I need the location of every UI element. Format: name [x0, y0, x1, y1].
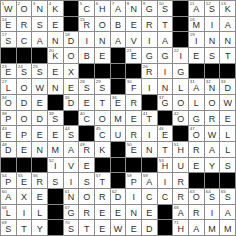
letter-cell[interactable]: 65S [220, 189, 235, 204]
cell-letter: W [114, 225, 123, 236]
letter-cell[interactable]: 11A [189, 1, 204, 16]
black-cell [17, 158, 32, 173]
cell-letter: E [68, 84, 74, 95]
letter-cell[interactable]: R [126, 95, 141, 110]
letter-cell[interactable]: T [220, 48, 235, 63]
black-cell [158, 220, 173, 235]
cell-letter: I [164, 68, 167, 79]
clue-number: 2 [17, 1, 20, 6]
cell-letter: E [84, 99, 90, 110]
letter-cell[interactable]: 53H [158, 158, 173, 173]
cell-letter: T [100, 178, 106, 189]
letter-cell[interactable]: 50E [126, 142, 141, 157]
cell-letter: O [20, 115, 27, 126]
cell-letter: R [83, 209, 90, 220]
clue-number: 37 [158, 95, 164, 100]
cell-letter: B [115, 21, 121, 32]
letter-cell[interactable]: N [32, 142, 47, 157]
black-cell [158, 111, 173, 126]
clue-number: 57 [95, 173, 101, 178]
letter-cell[interactable]: 57T [95, 173, 110, 188]
cell-letter: R [193, 146, 200, 157]
letter-cell[interactable]: 64S [205, 189, 220, 204]
cell-letter: S [209, 193, 215, 204]
cell-letter: S [209, 5, 215, 16]
cell-letter: I [195, 37, 198, 48]
letter-cell[interactable]: 39S [48, 111, 63, 126]
clue-number: 41 [142, 111, 148, 116]
letter-cell[interactable]: 49R [79, 142, 94, 157]
letter-cell[interactable]: 48D [1, 142, 16, 157]
letter-cell[interactable]: E [126, 17, 141, 32]
letter-cell[interactable]: A [158, 32, 173, 47]
cell-letter: R [130, 131, 137, 142]
cell-letter: C [83, 5, 90, 16]
cell-letter: S [68, 225, 74, 236]
cell-letter: K [99, 146, 105, 157]
letter-cell[interactable]: L [220, 126, 235, 141]
letter-cell[interactable]: 5C [79, 1, 94, 16]
letter-cell[interactable]: 29S [95, 79, 110, 94]
cell-letter: A [178, 209, 184, 220]
cell-letter: N [99, 37, 106, 48]
letter-cell[interactable]: 44S [64, 126, 79, 141]
letter-cell[interactable]: D [142, 220, 157, 235]
cell-letter: U [177, 162, 184, 173]
cell-letter: B [84, 52, 90, 63]
cell-letter: S [84, 178, 90, 189]
letter-cell[interactable]: A [64, 142, 79, 157]
cell-letter: S [21, 68, 27, 79]
letter-cell[interactable]: N [205, 32, 220, 47]
cell-letter: I [148, 131, 151, 142]
letter-cell[interactable]: I [142, 79, 157, 94]
letter-cell[interactable]: 68A [173, 205, 188, 220]
letter-cell[interactable]: 36E [111, 95, 126, 110]
letter-cell[interactable]: O [173, 95, 188, 110]
letter-cell[interactable]: L [220, 142, 235, 157]
letter-cell[interactable]: 43E [1, 126, 16, 141]
letter-cell[interactable]: A [111, 32, 126, 47]
black-cell [48, 205, 63, 220]
letter-cell[interactable]: S [79, 173, 94, 188]
cell-letter: A [193, 5, 199, 16]
letter-cell[interactable]: E [32, 95, 47, 110]
letter-cell[interactable]: E [189, 48, 204, 63]
cell-letter: O [83, 193, 90, 204]
letter-cell[interactable]: I [205, 17, 220, 32]
letter-cell[interactable]: S [220, 158, 235, 173]
letter-cell[interactable]: M [220, 220, 235, 235]
cell-letter: C [99, 131, 106, 142]
letter-cell[interactable]: A [32, 32, 47, 47]
cell-letter: P [5, 178, 11, 189]
black-cell [64, 111, 79, 126]
letter-cell[interactable]: O [205, 95, 220, 110]
letter-cell[interactable]: 70S [64, 220, 79, 235]
letter-cell[interactable]: R [126, 126, 141, 141]
cell-letter: T [162, 21, 168, 32]
cell-letter: E [115, 209, 121, 220]
letter-cell[interactable]: E [95, 220, 110, 235]
letter-cell[interactable]: L [173, 79, 188, 94]
letter-cell[interactable]: L [189, 95, 204, 110]
letter-cell[interactable]: G [158, 48, 173, 63]
letter-cell[interactable]: E [126, 111, 141, 126]
letter-cell[interactable]: E [142, 205, 157, 220]
cell-letter: I [85, 37, 88, 48]
letter-cell[interactable]: 67G [64, 205, 79, 220]
letter-cell[interactable]: 8N [126, 1, 141, 16]
cell-letter: O [67, 52, 74, 63]
letter-cell[interactable]: 34O [1, 95, 16, 110]
letter-cell[interactable]: E [48, 126, 63, 141]
cell-letter: P [5, 115, 11, 126]
letter-cell[interactable]: I [64, 173, 79, 188]
black-cell [95, 64, 110, 79]
black-cell [205, 173, 220, 188]
letter-cell[interactable]: S [48, 173, 63, 188]
letter-cell[interactable]: 71H [173, 220, 188, 235]
letter-cell[interactable]: R [173, 189, 188, 204]
cell-letter: M [224, 225, 232, 236]
letter-cell[interactable]: I [17, 205, 32, 220]
letter-cell[interactable]: 56R [32, 173, 47, 188]
letter-cell[interactable]: E [32, 126, 47, 141]
cell-letter: E [99, 209, 105, 220]
black-cell [79, 64, 94, 79]
letter-cell[interactable]: Y [205, 158, 220, 173]
clue-number: 9 [142, 1, 145, 6]
letter-cell[interactable]: E [189, 158, 204, 173]
letter-cell[interactable]: U [173, 158, 188, 173]
letter-cell[interactable]: 23E [1, 64, 16, 79]
cell-letter: E [131, 146, 137, 157]
letter-cell[interactable]: W [111, 220, 126, 235]
cell-letter: W [223, 99, 232, 110]
clue-number: 39 [48, 111, 54, 116]
letter-cell[interactable]: O [95, 111, 110, 126]
letter-cell[interactable]: A [220, 17, 235, 32]
letter-cell[interactable]: X [64, 64, 79, 79]
letter-cell[interactable]: N [142, 142, 157, 157]
letter-cell[interactable]: G [189, 111, 204, 126]
letter-cell[interactable]: 30F [126, 79, 141, 94]
cell-letter: S [52, 115, 58, 126]
letter-cell[interactable]: C [142, 189, 157, 204]
letter-cell[interactable]: 40C [79, 111, 94, 126]
letter-cell[interactable]: O [17, 111, 32, 126]
letter-cell[interactable]: R [17, 17, 32, 32]
letter-cell[interactable]: I [142, 32, 157, 47]
letter-cell[interactable]: 27L [1, 79, 16, 94]
cell-letter: O [5, 99, 12, 110]
letter-cell[interactable]: M [111, 111, 126, 126]
letter-cell[interactable]: 33D [220, 79, 235, 94]
cell-letter: S [52, 178, 58, 189]
letter-cell[interactable]: 58P [126, 173, 141, 188]
cell-letter: M [52, 146, 60, 157]
letter-cell[interactable]: 6H [95, 1, 110, 16]
letter-cell[interactable]: W [205, 126, 220, 141]
letter-cell[interactable]: 60A [1, 189, 16, 204]
letter-cell[interactable]: I [158, 64, 173, 79]
clue-number: 29 [95, 79, 101, 84]
letter-cell[interactable]: V [126, 32, 141, 47]
letter-cell[interactable]: N [126, 205, 141, 220]
letter-cell[interactable]: E [220, 111, 235, 126]
letter-cell[interactable]: W [220, 95, 235, 110]
clue-number: 32 [205, 79, 211, 84]
letter-cell[interactable]: 45C [95, 126, 110, 141]
letter-cell[interactable]: 9G [142, 1, 157, 16]
letter-cell[interactable]: E [48, 17, 63, 32]
letter-cell[interactable]: 32N [205, 79, 220, 94]
letter-cell[interactable]: U [111, 126, 126, 141]
letter-cell[interactable]: E [95, 205, 110, 220]
letter-cell[interactable]: V [64, 158, 79, 173]
letter-cell[interactable]: T [95, 95, 110, 110]
letter-cell[interactable]: G [173, 64, 188, 79]
cell-letter: A [37, 37, 43, 48]
cell-letter: E [225, 115, 231, 126]
clue-number: 44 [64, 126, 70, 131]
cell-letter: M [114, 115, 122, 126]
letter-cell[interactable]: 42O [173, 111, 188, 126]
cell-letter: G [146, 5, 153, 16]
letter-cell[interactable]: 18D [64, 32, 79, 47]
letter-cell[interactable]: R [142, 17, 157, 32]
cell-letter: O [20, 5, 27, 16]
letter-cell[interactable]: 13K [220, 1, 235, 16]
letter-cell[interactable]: N [48, 32, 63, 47]
letter-cell[interactable]: K [95, 142, 110, 157]
letter-cell[interactable]: D [32, 111, 47, 126]
cell-letter: V [131, 37, 137, 48]
letter-cell[interactable]: 38P [1, 111, 16, 126]
letter-cell[interactable]: Y [32, 220, 47, 235]
clue-number: 14 [1, 17, 7, 22]
letter-cell[interactable]: 16M [189, 17, 204, 32]
letter-cell[interactable]: R [189, 205, 204, 220]
letter-cell[interactable]: D [17, 95, 32, 110]
letter-cell[interactable]: 2O [17, 1, 32, 16]
letter-cell[interactable]: 51H [173, 142, 188, 157]
letter-cell[interactable]: P [17, 126, 32, 141]
black-cell [1, 48, 16, 63]
black-cell [142, 95, 157, 110]
cell-letter: E [21, 178, 27, 189]
letter-cell[interactable]: N [158, 79, 173, 94]
letter-cell[interactable]: I [79, 32, 94, 47]
letter-cell[interactable]: A [189, 220, 204, 235]
cell-letter: H [177, 225, 184, 236]
letter-cell[interactable]: 54P [1, 173, 16, 188]
cell-letter: G [146, 52, 153, 63]
letter-cell[interactable]: B [79, 48, 94, 63]
black-cell [189, 64, 204, 79]
letter-cell[interactable]: 47O [189, 126, 204, 141]
letter-cell[interactable]: 14E [1, 17, 16, 32]
letter-cell[interactable]: 37G [158, 95, 173, 110]
black-cell [17, 48, 32, 63]
cell-letter: R [83, 146, 90, 157]
letter-cell[interactable]: 20K [48, 48, 63, 63]
letter-cell[interactable]: 46E [158, 126, 173, 141]
cell-letter: O [193, 193, 200, 204]
letter-cell[interactable]: E [126, 220, 141, 235]
cell-letter: E [37, 131, 43, 142]
cell-letter: D [21, 99, 28, 110]
cell-letter: I [148, 37, 151, 48]
cell-letter: R [177, 193, 184, 204]
cell-letter: E [131, 225, 137, 236]
letter-cell[interactable]: E [17, 142, 32, 157]
letter-cell[interactable]: A [205, 142, 220, 157]
clue-number: 50 [126, 142, 132, 147]
letter-cell[interactable]: 25S [32, 64, 47, 79]
letter-cell[interactable]: N [95, 32, 110, 47]
letter-cell[interactable]: 15R [79, 17, 94, 32]
cell-letter: N [130, 5, 137, 16]
letter-cell[interactable]: 4K [48, 1, 63, 16]
letter-cell[interactable]: T [17, 220, 32, 235]
letter-cell[interactable]: B [111, 17, 126, 32]
letter-cell[interactable]: 63O [189, 189, 204, 204]
letter-cell[interactable]: S [32, 17, 47, 32]
cell-letter: E [52, 21, 58, 32]
letter-cell[interactable]: R [205, 111, 220, 126]
cell-letter: O [177, 99, 184, 110]
letter-cell[interactable]: S [205, 48, 220, 63]
cell-letter: N [36, 5, 43, 16]
clue-number: 26 [142, 64, 148, 69]
clue-number: 46 [158, 126, 164, 131]
letter-cell[interactable]: E [111, 205, 126, 220]
cell-letter: I [164, 178, 167, 189]
letter-cell[interactable]: X [17, 189, 32, 204]
letter-cell[interactable]: O [64, 48, 79, 63]
letter-cell[interactable]: O [79, 189, 94, 204]
letter-cell[interactable]: C [158, 189, 173, 204]
letter-cell[interactable]: G [142, 48, 157, 63]
clue-number: 25 [32, 64, 38, 69]
letter-cell[interactable]: C [17, 32, 32, 47]
letter-cell[interactable]: N [220, 32, 235, 47]
letter-cell[interactable]: E [79, 158, 94, 173]
black-cell [64, 17, 79, 32]
clue-number: 24 [17, 64, 23, 69]
letter-cell[interactable]: 1W [1, 1, 16, 16]
cell-letter: T [162, 146, 168, 157]
letter-cell[interactable]: 17S [1, 32, 16, 47]
letter-cell[interactable]: M [205, 220, 220, 235]
letter-cell[interactable]: 26R [142, 64, 157, 79]
clue-number: 43 [1, 126, 7, 131]
clue-number: 27 [1, 79, 7, 84]
cell-letter: D [115, 193, 122, 204]
clue-number: 51 [173, 142, 179, 147]
cell-letter: A [5, 193, 11, 204]
clue-number: 47 [189, 126, 195, 131]
letter-cell[interactable]: R [189, 142, 204, 157]
letter-cell[interactable]: N [48, 79, 63, 94]
letter-cell[interactable]: T [158, 142, 173, 157]
cell-letter: L [6, 84, 11, 95]
letter-cell[interactable]: E [64, 79, 79, 94]
letter-cell[interactable]: I [205, 205, 220, 220]
letter-cell[interactable]: L [32, 205, 47, 220]
letter-cell[interactable]: 35D [64, 95, 79, 110]
letter-cell[interactable]: T [158, 17, 173, 32]
clue-number: 48 [1, 142, 7, 147]
letter-cell[interactable]: 7A [111, 1, 126, 16]
letter-cell[interactable]: 22I [173, 48, 188, 63]
black-cell [173, 17, 188, 32]
letter-cell[interactable]: 62D [111, 189, 126, 204]
letter-cell[interactable]: 10S [158, 1, 173, 16]
letter-cell[interactable]: E [95, 48, 110, 63]
cell-letter: G [161, 99, 168, 110]
letter-cell[interactable]: R [173, 173, 188, 188]
cell-letter: R [130, 99, 137, 110]
letter-cell[interactable]: R [95, 189, 110, 204]
letter-cell[interactable]: E [79, 95, 94, 110]
black-cell [1, 158, 16, 173]
clue-number: 18 [64, 32, 70, 37]
cell-letter: G [193, 115, 200, 126]
letter-cell[interactable]: 3N [32, 1, 47, 16]
letter-cell[interactable]: W [32, 79, 47, 94]
letter-cell[interactable]: I [142, 126, 157, 141]
letter-cell[interactable]: 28S [79, 79, 94, 94]
letter-cell[interactable]: O [17, 79, 32, 94]
cell-letter: L [178, 84, 183, 95]
letter-cell[interactable]: 12S [205, 1, 220, 16]
letter-cell[interactable]: T [79, 220, 94, 235]
clue-number: 67 [64, 205, 70, 210]
letter-cell[interactable]: 24S [17, 64, 32, 79]
letter-cell[interactable]: 31A [189, 79, 204, 94]
clue-number: 33 [220, 79, 226, 84]
black-cell [111, 142, 126, 157]
letter-cell[interactable]: I [158, 173, 173, 188]
letter-cell[interactable]: 19I [189, 32, 204, 47]
letter-cell[interactable]: E [32, 189, 47, 204]
letter-cell[interactable]: I [126, 189, 141, 204]
letter-cell[interactable]: 21E [126, 48, 141, 63]
letter-cell[interactable]: 52I [48, 158, 63, 173]
letter-cell[interactable]: 69S [1, 220, 16, 235]
letter-cell[interactable]: E [48, 64, 63, 79]
letter-cell[interactable]: 66L [1, 205, 16, 220]
cell-letter: H [99, 5, 106, 16]
letter-cell[interactable]: R [79, 205, 94, 220]
letter-cell[interactable]: 55E [17, 173, 32, 188]
letter-cell[interactable]: A [220, 205, 235, 220]
cell-letter: I [211, 209, 214, 220]
letter-cell[interactable]: M [48, 142, 63, 157]
clue-number: 69 [1, 220, 7, 225]
letter-cell[interactable]: O [95, 17, 110, 32]
letter-cell[interactable]: 41T [142, 111, 157, 126]
letter-cell[interactable]: 59A [142, 173, 157, 188]
cell-letter: S [68, 131, 74, 142]
black-cell [173, 1, 188, 16]
cell-letter: P [21, 131, 27, 142]
clue-number: 6 [95, 1, 98, 6]
letter-cell[interactable]: 61N [64, 189, 79, 204]
